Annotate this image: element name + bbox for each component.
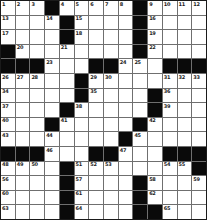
clue-number-29: 29 [90, 74, 96, 80]
block-cell-r1-c4 [45, 1, 59, 15]
clue-number-27: 27 [17, 74, 23, 80]
clue-number-3: 3 [31, 1, 34, 7]
cell-r3-c4[interactable] [45, 30, 59, 44]
clue-number-19: 19 [149, 30, 155, 36]
cell-r10-c8[interactable] [104, 132, 118, 146]
cell-r15-c3[interactable] [30, 205, 44, 219]
clue-number-51: 51 [76, 161, 82, 167]
cell-r10-c14[interactable] [192, 132, 206, 146]
cell-r6-c9[interactable] [119, 74, 133, 88]
cell-r14-c14[interactable] [192, 191, 206, 205]
cell-r9-c7[interactable] [89, 118, 103, 132]
clue-number-14: 14 [46, 15, 52, 21]
block-cell-r6-c6 [75, 74, 89, 88]
clue-number-53: 53 [105, 161, 111, 167]
block-cell-r5-c3 [30, 59, 44, 73]
cell-r4-c12[interactable] [163, 45, 177, 59]
clue-number-10: 10 [164, 1, 170, 7]
cell-r7-c14[interactable] [192, 89, 206, 103]
block-cell-r14-c5 [60, 191, 74, 205]
clue-number-4: 4 [61, 1, 64, 7]
block-cell-r8-c11 [148, 103, 162, 117]
cell-r13-c3[interactable] [30, 176, 44, 190]
block-cell-r15-c10 [133, 205, 147, 219]
cell-r14-c8[interactable] [104, 191, 118, 205]
cell-r4-c13[interactable] [178, 45, 192, 59]
cell-r15-c9[interactable] [119, 205, 133, 219]
cell-r13-c9[interactable] [119, 176, 133, 190]
clue-number-2: 2 [17, 1, 20, 7]
clue-number-65: 65 [164, 205, 170, 211]
cell-r6-c14[interactable]: 33 [192, 74, 206, 88]
crossword-app: 1234567891011121314151617181920212223242… [0, 0, 207, 220]
clue-number-32: 32 [179, 74, 185, 80]
clue-number-33: 33 [193, 74, 199, 80]
cell-r4-c14[interactable] [192, 45, 206, 59]
cell-r7-c5[interactable] [60, 89, 74, 103]
cell-r4-c2[interactable]: 20 [16, 45, 30, 59]
block-cell-r15-c11 [148, 205, 162, 219]
cell-r1-c7[interactable]: 6 [89, 1, 103, 15]
cell-r3-c7[interactable] [89, 30, 103, 44]
cell-r9-c9[interactable] [119, 118, 133, 132]
clue-number-44: 44 [46, 132, 52, 138]
clue-number-24: 24 [120, 59, 126, 65]
clue-number-38: 38 [76, 103, 82, 109]
cell-r15-c4[interactable] [45, 205, 59, 219]
block-cell-r7-c6 [75, 89, 89, 103]
clue-number-28: 28 [31, 74, 37, 80]
cell-r9-c12[interactable] [163, 118, 177, 132]
cell-r7-c12[interactable]: 36 [163, 89, 177, 103]
cell-r1-c9[interactable]: 8 [119, 1, 133, 15]
block-cell-r11-c3 [30, 147, 44, 161]
block-cell-r5-c7 [89, 59, 103, 73]
cell-r2-c14[interactable] [192, 16, 206, 30]
cell-r12-c11[interactable] [148, 162, 162, 176]
cell-r10-c6[interactable] [75, 132, 89, 146]
cell-r6-c1[interactable]: 26 [1, 74, 15, 88]
clue-number-6: 6 [90, 1, 93, 7]
cell-r7-c2[interactable] [16, 89, 30, 103]
cell-r8-c10[interactable] [133, 103, 147, 117]
cell-r5-c4[interactable]: 23 [45, 59, 59, 73]
cell-r12-c9[interactable] [119, 162, 133, 176]
clue-number-52: 52 [90, 161, 96, 167]
clue-number-15: 15 [76, 15, 82, 21]
clue-number-47: 47 [120, 147, 126, 153]
cell-r4-c4[interactable] [45, 45, 59, 59]
cell-r8-c4[interactable] [45, 103, 59, 117]
clue-number-60: 60 [2, 190, 8, 196]
cell-r8-c1[interactable]: 37 [1, 103, 15, 117]
cell-r12-c8[interactable]: 53 [104, 162, 118, 176]
cell-r8-c14[interactable] [192, 103, 206, 117]
clue-number-26: 26 [2, 74, 8, 80]
cell-r9-c8[interactable] [104, 118, 118, 132]
clue-number-1: 1 [2, 1, 5, 7]
cell-r3-c8[interactable] [104, 30, 118, 44]
block-cell-r11-c13 [178, 147, 192, 161]
block-cell-r7-c11 [148, 89, 162, 103]
block-cell-r1-c10 [133, 1, 147, 15]
block-cell-r8-c5 [60, 103, 74, 117]
cell-r13-c14[interactable]: 59 [192, 176, 206, 190]
cell-r11-c5[interactable] [60, 147, 74, 161]
clue-number-37: 37 [2, 103, 8, 109]
cell-r14-c9[interactable] [119, 191, 133, 205]
cell-r15-c8[interactable] [104, 205, 118, 219]
block-cell-r11-c8 [104, 147, 118, 161]
cell-r5-c6[interactable] [75, 59, 89, 73]
clue-number-43: 43 [2, 132, 8, 138]
clue-number-48: 48 [2, 161, 8, 167]
clue-number-31: 31 [164, 74, 170, 80]
cell-r9-c14[interactable] [192, 118, 206, 132]
cell-r9-c11[interactable]: 42 [148, 118, 162, 132]
cell-r7-c8[interactable] [104, 89, 118, 103]
clue-number-20: 20 [17, 44, 23, 50]
clue-number-36: 36 [164, 88, 170, 94]
cell-r9-c2[interactable] [16, 118, 30, 132]
clue-number-23: 23 [46, 59, 52, 65]
block-cell-r12-c14 [192, 162, 206, 176]
clue-number-41: 41 [61, 117, 67, 123]
cell-r6-c2[interactable]: 27 [16, 74, 30, 88]
cell-r6-c8[interactable]: 30 [104, 74, 118, 88]
clue-number-34: 34 [2, 88, 8, 94]
cell-r7-c7[interactable]: 35 [89, 89, 103, 103]
cell-r12-c1[interactable]: 48 [1, 162, 15, 176]
cell-r13-c6[interactable]: 57 [75, 176, 89, 190]
cell-r6-c13[interactable]: 32 [178, 74, 192, 88]
block-cell-r2-c10 [133, 16, 147, 30]
cell-r11-c11[interactable] [148, 147, 162, 161]
block-cell-r12-c5 [60, 162, 74, 176]
block-cell-r5-c1 [1, 59, 15, 73]
block-cell-r11-c7 [89, 147, 103, 161]
block-cell-r9-c4 [45, 118, 59, 132]
clue-number-46: 46 [46, 147, 52, 153]
block-cell-r3-c10 [133, 30, 147, 44]
block-cell-r5-c13 [178, 59, 192, 73]
cell-r14-c2[interactable] [16, 191, 30, 205]
cell-r6-c5[interactable] [60, 74, 74, 88]
cell-r1-c8[interactable]: 7 [104, 1, 118, 15]
clue-number-16: 16 [149, 15, 155, 21]
block-cell-r4-c1 [1, 45, 15, 59]
cell-r9-c13[interactable] [178, 118, 192, 132]
clue-number-18: 18 [76, 30, 82, 36]
cell-r6-c4[interactable] [45, 74, 59, 88]
block-cell-r5-c8 [104, 59, 118, 73]
cell-r4-c8[interactable] [104, 45, 118, 59]
cell-r5-c9[interactable]: 24 [119, 59, 133, 73]
block-cell-r10-c9 [119, 132, 133, 146]
cell-r13-c12[interactable] [163, 176, 177, 190]
cell-r13-c7[interactable] [89, 176, 103, 190]
cell-r1-c1[interactable]: 1 [1, 1, 15, 15]
cell-r7-c13[interactable] [178, 89, 192, 103]
cell-r8-c9[interactable] [119, 103, 133, 117]
cell-r11-c10[interactable] [133, 147, 147, 161]
clue-number-30: 30 [105, 74, 111, 80]
cell-r1-c11[interactable]: 9 [148, 1, 162, 15]
cell-r10-c5[interactable] [60, 132, 74, 146]
cell-r12-c13[interactable]: 55 [178, 162, 192, 176]
cell-r12-c7[interactable]: 52 [89, 162, 103, 176]
clue-number-5: 5 [76, 1, 79, 7]
cell-r9-c1[interactable]: 40 [1, 118, 15, 132]
cell-r8-c3[interactable] [30, 103, 44, 117]
cell-r6-c7[interactable]: 29 [89, 74, 103, 88]
cell-r7-c1[interactable]: 34 [1, 89, 15, 103]
cell-r2-c6[interactable]: 15 [75, 16, 89, 30]
cell-r10-c1[interactable]: 43 [1, 132, 15, 146]
cell-r6-c11[interactable] [148, 74, 162, 88]
cell-r3-c14[interactable] [192, 30, 206, 44]
cell-r15-c14[interactable] [192, 205, 206, 219]
cell-r4-c11[interactable]: 22 [148, 45, 162, 59]
cell-r12-c2[interactable]: 49 [16, 162, 30, 176]
cell-r1-c2[interactable]: 2 [16, 1, 30, 15]
cell-r14-c12[interactable] [163, 191, 177, 205]
block-cell-r5-c2 [16, 59, 30, 73]
clue-number-50: 50 [31, 161, 37, 167]
clue-number-58: 58 [149, 176, 155, 182]
cell-r11-c4[interactable]: 46 [45, 147, 59, 161]
block-cell-r11-c12 [163, 147, 177, 161]
cell-r5-c11[interactable] [148, 59, 162, 73]
cell-r14-c13[interactable] [178, 191, 192, 205]
cell-r3-c11[interactable]: 19 [148, 30, 162, 44]
cell-r14-c4[interactable] [45, 191, 59, 205]
cell-r7-c4[interactable] [45, 89, 59, 103]
cell-r3-c6[interactable]: 18 [75, 30, 89, 44]
cell-r9-c6[interactable] [75, 118, 89, 132]
cell-r3-c9[interactable] [119, 30, 133, 44]
cell-r7-c9[interactable] [119, 89, 133, 103]
cell-r9-c5[interactable]: 41 [60, 118, 74, 132]
cell-r1-c14[interactable]: 12 [192, 1, 206, 15]
cell-r12-c6[interactable]: 51 [75, 162, 89, 176]
cell-r13-c8[interactable] [104, 176, 118, 190]
cell-r5-c10[interactable]: 25 [133, 59, 147, 73]
cell-r6-c12[interactable]: 31 [163, 74, 177, 88]
cell-r14-c6[interactable]: 61 [75, 191, 89, 205]
cell-r13-c1[interactable]: 56 [1, 176, 15, 190]
clue-number-35: 35 [90, 88, 96, 94]
block-cell-r4-c10 [133, 45, 147, 59]
cell-r1-c12[interactable]: 10 [163, 1, 177, 15]
cell-r3-c13[interactable] [178, 30, 192, 44]
clue-number-8: 8 [120, 1, 123, 7]
cell-r10-c12[interactable] [163, 132, 177, 146]
block-cell-r9-c10 [133, 118, 147, 132]
cell-r10-c2[interactable] [16, 132, 30, 146]
block-cell-r14-c10 [133, 191, 147, 205]
cell-r13-c4[interactable] [45, 176, 59, 190]
cell-r1-c5[interactable]: 4 [60, 1, 74, 15]
clue-number-40: 40 [2, 117, 8, 123]
clue-number-59: 59 [193, 176, 199, 182]
cell-r8-c6[interactable]: 38 [75, 103, 89, 117]
cell-r7-c3[interactable] [30, 89, 44, 103]
cell-r8-c13[interactable] [178, 103, 192, 117]
cell-r7-c10[interactable] [133, 89, 147, 103]
cell-r8-c7[interactable] [89, 103, 103, 117]
crossword-grid: 1234567891011121314151617181920212223242… [0, 0, 207, 220]
cell-r15-c1[interactable]: 63 [1, 205, 15, 219]
cell-r15-c12[interactable]: 65 [163, 205, 177, 219]
cell-r11-c9[interactable]: 47 [119, 147, 133, 161]
cell-r12-c3[interactable]: 50 [30, 162, 44, 176]
block-cell-r11-c2 [16, 147, 30, 161]
block-cell-r13-c5 [60, 176, 74, 190]
cell-r10-c11[interactable] [148, 132, 162, 146]
cell-r8-c2[interactable] [16, 103, 30, 117]
cell-r3-c2[interactable] [16, 30, 30, 44]
cell-r2-c4[interactable]: 14 [45, 16, 59, 30]
clue-number-39: 39 [164, 103, 170, 109]
cell-r11-c6[interactable] [75, 147, 89, 161]
cell-r4-c6[interactable] [75, 45, 89, 59]
cell-r12-c10[interactable] [133, 162, 147, 176]
block-cell-r3-c5 [60, 30, 74, 44]
clue-number-54: 54 [164, 161, 170, 167]
cell-r14-c3[interactable] [30, 191, 44, 205]
cell-r2-c7[interactable] [89, 16, 103, 30]
cell-r12-c12[interactable]: 54 [163, 162, 177, 176]
cell-r1-c13[interactable]: 11 [178, 1, 192, 15]
clue-number-25: 25 [134, 59, 140, 65]
cell-r4-c5[interactable]: 21 [60, 45, 74, 59]
cell-r15-c13[interactable] [178, 205, 192, 219]
clue-number-12: 12 [193, 1, 199, 7]
cell-r3-c1[interactable]: 17 [1, 30, 15, 44]
cell-r2-c8[interactable] [104, 16, 118, 30]
cell-r5-c5[interactable] [60, 59, 74, 73]
clue-number-13: 13 [2, 15, 8, 21]
clue-number-11: 11 [179, 1, 185, 7]
cell-r2-c1[interactable]: 13 [1, 16, 15, 30]
clue-number-57: 57 [76, 176, 82, 182]
cell-r2-c9[interactable] [119, 16, 133, 30]
cell-r10-c10[interactable]: 45 [133, 132, 147, 146]
cell-r14-c11[interactable]: 62 [148, 191, 162, 205]
block-cell-r11-c14 [192, 147, 206, 161]
cell-r15-c6[interactable]: 64 [75, 205, 89, 219]
clue-number-64: 64 [76, 205, 82, 211]
cell-r10-c3[interactable] [30, 132, 44, 146]
clue-number-22: 22 [149, 44, 155, 50]
block-cell-r11-c1 [1, 147, 15, 161]
cell-r14-c7[interactable] [89, 191, 103, 205]
clue-number-9: 9 [149, 1, 152, 7]
clue-number-61: 61 [76, 190, 82, 196]
cell-r9-c3[interactable] [30, 118, 44, 132]
cell-r15-c2[interactable] [16, 205, 30, 219]
clue-number-63: 63 [2, 205, 8, 211]
cell-r1-c6[interactable]: 5 [75, 1, 89, 15]
clue-number-17: 17 [2, 30, 8, 36]
cell-r10-c7[interactable] [89, 132, 103, 146]
cell-r4-c9[interactable] [119, 45, 133, 59]
clue-number-42: 42 [149, 117, 155, 123]
clue-number-49: 49 [17, 161, 23, 167]
cell-r2-c3[interactable] [30, 16, 44, 30]
clue-number-45: 45 [134, 132, 140, 138]
cell-r13-c2[interactable] [16, 176, 30, 190]
block-cell-r13-c10 [133, 176, 147, 190]
cell-r10-c4[interactable]: 44 [45, 132, 59, 146]
block-cell-r2-c5 [60, 16, 74, 30]
cell-r4-c7[interactable] [89, 45, 103, 59]
block-cell-r15-c5 [60, 205, 74, 219]
clue-number-62: 62 [149, 190, 155, 196]
cell-r4-c3[interactable] [30, 45, 44, 59]
cell-r2-c12[interactable] [163, 16, 177, 30]
block-cell-r5-c12 [163, 59, 177, 73]
cell-r12-c4[interactable] [45, 162, 59, 176]
clue-number-56: 56 [2, 176, 8, 182]
cell-r10-c13[interactable] [178, 132, 192, 146]
cell-r3-c3[interactable] [30, 30, 44, 44]
clue-number-55: 55 [179, 161, 185, 167]
cell-r13-c11[interactable]: 58 [148, 176, 162, 190]
clue-number-7: 7 [105, 1, 108, 7]
cell-r6-c10[interactable] [133, 74, 147, 88]
cell-r8-c12[interactable]: 39 [163, 103, 177, 117]
cell-r14-c1[interactable]: 60 [1, 191, 15, 205]
cell-r3-c12[interactable] [163, 30, 177, 44]
cell-r2-c13[interactable] [178, 16, 192, 30]
cell-r2-c2[interactable] [16, 16, 30, 30]
cell-r15-c7[interactable] [89, 205, 103, 219]
block-cell-r5-c14 [192, 59, 206, 73]
cell-r1-c3[interactable]: 3 [30, 1, 44, 15]
cell-r2-c11[interactable]: 16 [148, 16, 162, 30]
cell-r6-c3[interactable]: 28 [30, 74, 44, 88]
cell-r8-c8[interactable] [104, 103, 118, 117]
cell-r13-c13[interactable] [178, 176, 192, 190]
clue-number-21: 21 [61, 44, 67, 50]
